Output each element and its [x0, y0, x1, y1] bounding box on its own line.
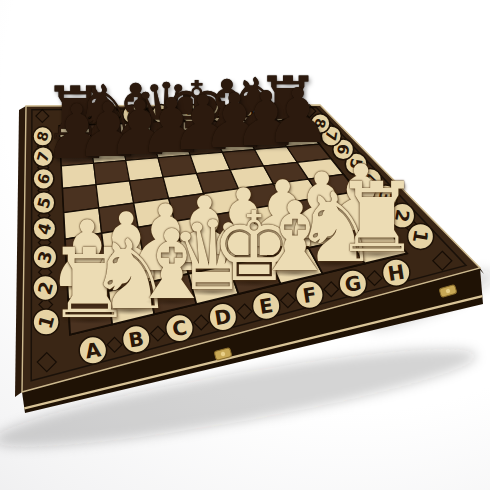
coordinate-top-d: D — [152, 105, 171, 124]
svg-text:D: D — [155, 105, 168, 122]
chess-set-photo: AABBCCDDEEFFGGHH1122334455667788 ♜♞♝♛♚♝♞… — [0, 0, 490, 490]
chess-board: AABBCCDDEEFFGGHH1122334455667788 — [0, 0, 490, 490]
coordinate-bottom-d: D — [209, 303, 236, 330]
coordinate-bottom-a: A — [79, 337, 106, 364]
coordinate-top-e: E — [181, 104, 200, 123]
square-a7 — [60, 143, 93, 166]
coordinate-top-h: H — [269, 103, 288, 122]
coordinate-left-8: 8 — [33, 127, 52, 146]
coordinate-left-3: 3 — [33, 245, 57, 269]
svg-text:F: F — [214, 105, 225, 122]
square-d8 — [149, 122, 184, 140]
svg-text:E: E — [185, 105, 196, 122]
coordinate-top-f: F — [210, 104, 229, 123]
coordinate-left-2: 2 — [33, 276, 58, 301]
coordinate-left-7: 7 — [33, 147, 53, 167]
coordinate-bottom-h: H — [383, 259, 410, 286]
svg-text:C: C — [126, 106, 138, 123]
coordinate-top-g: G — [240, 103, 259, 122]
square-b7 — [91, 142, 126, 164]
square-a8 — [59, 125, 91, 145]
svg-text:H: H — [386, 261, 406, 286]
square-c7 — [122, 140, 158, 161]
coordinate-bottom-g: G — [339, 270, 366, 297]
svg-text:G: G — [243, 104, 256, 121]
svg-text:D: D — [213, 305, 233, 330]
square-d7 — [153, 138, 190, 158]
square-c8 — [119, 123, 153, 142]
square-a6 — [61, 163, 96, 188]
svg-text:H: H — [272, 103, 285, 120]
coordinate-right-1: 1 — [408, 223, 434, 249]
coordinate-top-c: C — [123, 105, 142, 124]
coordinate-left-5: 5 — [33, 192, 55, 214]
square-b8 — [89, 124, 122, 143]
coordinate-bottom-b: B — [123, 326, 150, 353]
coordinate-top-b: B — [93, 106, 112, 125]
coordinate-top-a: A — [64, 106, 83, 125]
coordinate-right-2: 2 — [390, 203, 415, 228]
coordinate-bottom-e: E — [253, 292, 280, 319]
coordinate-left-1: 1 — [33, 309, 59, 335]
coordinate-left-4: 4 — [33, 217, 56, 240]
coordinate-bottom-c: C — [166, 314, 193, 341]
coordinate-left-6: 6 — [33, 168, 54, 189]
coordinate-right-8: 8 — [311, 114, 330, 133]
svg-text:B: B — [97, 107, 109, 124]
coordinate-bottom-f: F — [296, 281, 323, 308]
